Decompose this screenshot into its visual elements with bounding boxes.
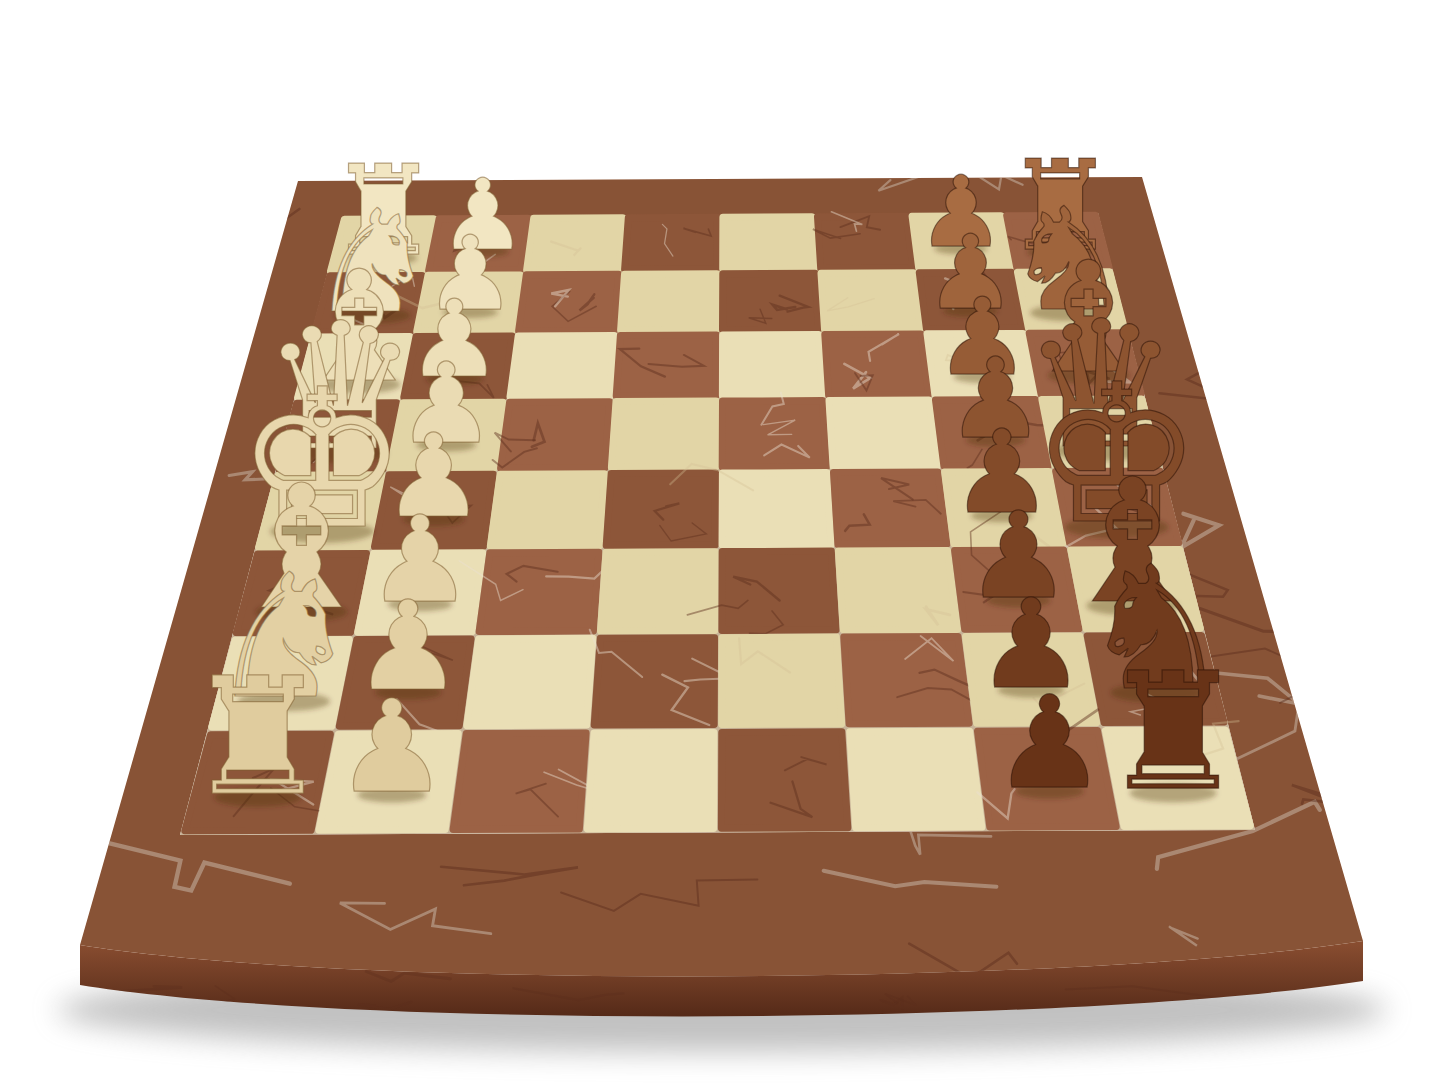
- square-c3r4[interactable]: [501, 402, 610, 469]
- square-c3r5[interactable]: [490, 474, 604, 547]
- square-c3r1[interactable]: [527, 218, 623, 270]
- square-c3r3[interactable]: [510, 335, 614, 396]
- black-pawn[interactable]: ♟: [992, 668, 1107, 817]
- square-c5r8[interactable]: [721, 732, 847, 829]
- square-c3r6[interactable]: [479, 552, 599, 631]
- square-c3r7[interactable]: [467, 638, 593, 725]
- square-c4r8[interactable]: [587, 732, 714, 829]
- square-c4r7[interactable]: [594, 638, 714, 725]
- square-c5r1[interactable]: [723, 217, 815, 269]
- square-c6r6[interactable]: [838, 551, 957, 630]
- square-c6r3[interactable]: [825, 334, 929, 395]
- square-c6r2[interactable]: [821, 273, 920, 330]
- square-c3r2[interactable]: [519, 274, 619, 331]
- white-rook[interactable]: ♜: [185, 643, 330, 831]
- square-c6r4[interactable]: [829, 400, 937, 466]
- black-rook[interactable]: ♜: [1101, 638, 1246, 826]
- square-c5r4[interactable]: [722, 401, 826, 468]
- square-c6r7[interactable]: [844, 637, 969, 724]
- square-c4r6[interactable]: [601, 552, 716, 631]
- square-c6r1[interactable]: [818, 216, 914, 268]
- square-c4r4[interactable]: [611, 401, 716, 468]
- square-c5r3[interactable]: [722, 334, 822, 395]
- square-c5r2[interactable]: [723, 273, 819, 330]
- white-pawn[interactable]: ♟: [335, 672, 450, 821]
- product-photo-scene: ♜♟♟♜♞♟♟♞♝♟♟♝♛♟♟♛♚♟♟♚♝♟♟♝♞♟♟♞♜♟♟♜: [0, 0, 1445, 1084]
- square-c6r5[interactable]: [834, 472, 948, 545]
- square-c4r2[interactable]: [621, 274, 717, 331]
- marble-chessboard: ♜♟♟♜♞♟♟♞♝♟♟♝♛♟♟♛♚♟♟♚♝♟♟♝♞♟♟♞♜♟♟♜: [0, 0, 1445, 1084]
- square-c4r1[interactable]: [625, 217, 718, 269]
- square-c5r5[interactable]: [722, 473, 831, 545]
- square-c6r8[interactable]: [850, 731, 982, 828]
